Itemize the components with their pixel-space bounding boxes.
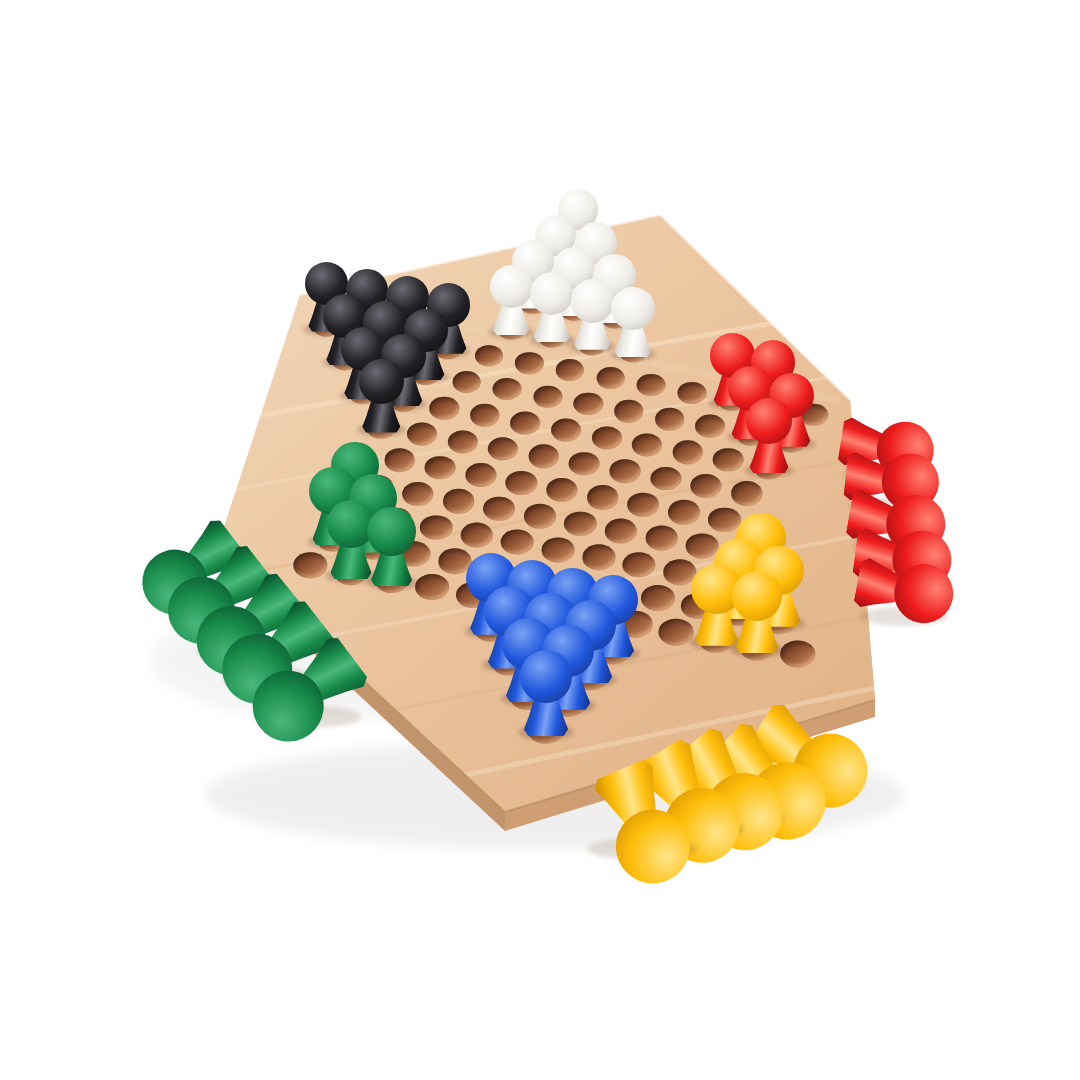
peg-head <box>520 650 573 703</box>
board-hole[interactable] <box>542 537 575 562</box>
board-hole[interactable] <box>402 482 434 506</box>
board-hole[interactable] <box>587 485 619 509</box>
board-hole[interactable] <box>415 574 449 600</box>
board-hole[interactable] <box>465 463 496 487</box>
board-hole[interactable] <box>501 530 534 555</box>
peg-head <box>571 279 614 322</box>
board-hole[interactable] <box>551 419 581 442</box>
board-hole[interactable] <box>637 374 666 396</box>
board-hole[interactable] <box>609 459 640 483</box>
board-hole[interactable] <box>384 449 415 473</box>
peg-red[interactable] <box>746 398 792 476</box>
board-hole[interactable] <box>511 411 541 434</box>
board-hole[interactable] <box>556 359 584 381</box>
board-hole[interactable] <box>493 378 522 400</box>
board-hole[interactable] <box>640 585 674 611</box>
board-hole[interactable] <box>695 415 725 438</box>
peg-head <box>359 359 404 404</box>
peg-head <box>889 559 959 629</box>
peg-white[interactable] <box>611 287 654 360</box>
board-hole[interactable] <box>677 381 706 403</box>
board-hole[interactable] <box>713 448 744 472</box>
board-hole[interactable] <box>475 345 503 367</box>
peg-yellow[interactable] <box>732 571 783 656</box>
chinese-checkers-product-photo <box>0 0 1080 1080</box>
board-hole[interactable] <box>524 504 556 529</box>
peg-head <box>611 287 654 330</box>
board-hole[interactable] <box>627 493 659 517</box>
board-hole[interactable] <box>528 445 559 468</box>
peg-head <box>732 571 783 622</box>
board-hole[interactable] <box>690 474 721 498</box>
peg-black[interactable] <box>359 359 404 435</box>
board-hole[interactable] <box>425 456 456 480</box>
board-hole[interactable] <box>655 407 685 430</box>
peg-white[interactable] <box>571 279 614 352</box>
board-hole[interactable] <box>470 404 500 427</box>
peg-head <box>367 507 416 556</box>
board-hole[interactable] <box>569 452 600 476</box>
board-hole[interactable] <box>592 426 622 449</box>
peg-white[interactable] <box>530 272 573 344</box>
peg-green[interactable] <box>367 507 416 589</box>
board-hole[interactable] <box>452 371 481 393</box>
board-hole[interactable] <box>658 618 693 645</box>
board-hole[interactable] <box>605 519 637 544</box>
peg-head <box>530 272 573 315</box>
board-hole[interactable] <box>461 523 494 548</box>
board-hole[interactable] <box>443 489 475 513</box>
board-hole[interactable] <box>407 423 437 446</box>
board-hole[interactable] <box>430 397 459 420</box>
peg-head <box>490 265 533 308</box>
board-hole[interactable] <box>515 352 543 374</box>
board-hole[interactable] <box>645 526 678 551</box>
board-hole[interactable] <box>650 467 681 491</box>
peg-blue[interactable] <box>520 650 573 738</box>
board-hole[interactable] <box>596 367 625 389</box>
board-hole[interactable] <box>564 511 596 536</box>
board-hole[interactable] <box>506 471 537 495</box>
board-hole[interactable] <box>614 400 643 423</box>
board-hole[interactable] <box>420 515 452 540</box>
peg-white[interactable] <box>490 265 533 337</box>
peg-head <box>746 398 792 444</box>
